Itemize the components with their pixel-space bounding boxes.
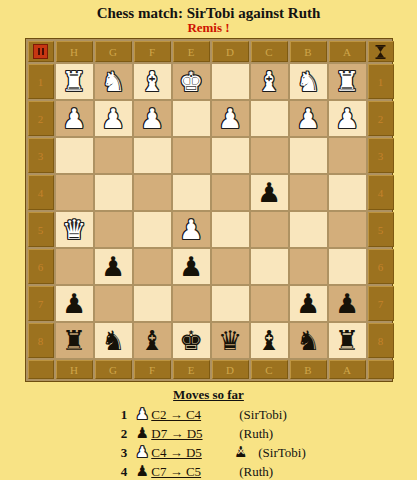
square-c7[interactable] bbox=[251, 286, 288, 321]
black-bishop: ♝ bbox=[140, 323, 164, 358]
square-d3[interactable] bbox=[212, 138, 249, 173]
square-g1[interactable]: ♞ bbox=[95, 64, 132, 99]
square-d1[interactable] bbox=[212, 64, 249, 99]
rank-label-left-8: 8 bbox=[28, 323, 54, 358]
file-label-top-g: G bbox=[95, 41, 132, 62]
rank-label-right-4: 4 bbox=[368, 175, 394, 210]
moves-section: Moves so far 1♟C2 → C4(SirTobi)2♟D7 → D5… bbox=[0, 387, 417, 480]
square-a5[interactable] bbox=[329, 212, 366, 247]
board-corner-top-right bbox=[368, 41, 394, 62]
rank-label-right-2: 2 bbox=[368, 101, 394, 136]
white-pawn: ♟ bbox=[140, 101, 164, 136]
white-pawn: ♟ bbox=[335, 101, 359, 136]
rank-label-left-4: 4 bbox=[28, 175, 54, 210]
square-c3[interactable] bbox=[251, 138, 288, 173]
file-label-bottom-b: B bbox=[290, 360, 327, 379]
white-pawn-icon: ♟ bbox=[136, 405, 149, 423]
square-c4[interactable]: ♟ bbox=[251, 175, 288, 210]
move-player: (Ruth) bbox=[233, 426, 273, 442]
black-pawn: ♟ bbox=[296, 286, 320, 321]
square-h7[interactable]: ♟ bbox=[56, 286, 93, 321]
square-h1[interactable]: ♜ bbox=[56, 64, 93, 99]
square-g2[interactable]: ♟ bbox=[95, 101, 132, 136]
square-d5[interactable] bbox=[212, 212, 249, 247]
square-e5[interactable]: ♟ bbox=[173, 212, 210, 247]
file-label-bottom-a: A bbox=[329, 360, 366, 379]
move-link[interactable]: D7 → D5 bbox=[151, 426, 229, 442]
move-number: 3 bbox=[111, 445, 133, 461]
square-h4[interactable] bbox=[56, 175, 93, 210]
square-b1[interactable]: ♞ bbox=[290, 64, 327, 99]
move-row-3: 3♟C4 → D5♟✕(SirTobi) bbox=[111, 443, 305, 462]
square-e4[interactable] bbox=[173, 175, 210, 210]
move-player: (SirTobi) bbox=[233, 407, 286, 423]
square-c6[interactable] bbox=[251, 249, 288, 284]
rank-label-left-3: 3 bbox=[28, 138, 54, 173]
square-b4[interactable] bbox=[290, 175, 327, 210]
file-label-top-d: D bbox=[212, 41, 249, 62]
rank-label-left-5: 5 bbox=[28, 212, 54, 247]
file-label-top-h: H bbox=[56, 41, 93, 62]
square-a1[interactable]: ♜ bbox=[329, 64, 366, 99]
move-link[interactable]: C4 → D5 bbox=[151, 445, 229, 461]
black-bishop: ♝ bbox=[257, 323, 281, 358]
square-e2[interactable] bbox=[173, 101, 210, 136]
square-h5[interactable]: ♛ bbox=[56, 212, 93, 247]
file-label-top-f: F bbox=[134, 41, 171, 62]
capture-cross-icon: ✕ bbox=[233, 444, 248, 459]
file-label-top-b: B bbox=[290, 41, 327, 62]
moves-heading: Moves so far bbox=[0, 387, 417, 402]
move-piece: ♟ bbox=[133, 405, 151, 424]
rank-label-right-8: 8 bbox=[368, 323, 394, 358]
square-g3[interactable] bbox=[95, 138, 132, 173]
square-f6[interactable] bbox=[134, 249, 171, 284]
square-h8[interactable]: ♜ bbox=[56, 323, 93, 358]
square-g8[interactable]: ♞ bbox=[95, 323, 132, 358]
move-piece: ♟ bbox=[133, 424, 151, 443]
square-a7[interactable]: ♟ bbox=[329, 286, 366, 321]
square-a8[interactable]: ♜ bbox=[329, 323, 366, 358]
square-c5[interactable] bbox=[251, 212, 288, 247]
black-rook: ♜ bbox=[62, 323, 86, 358]
rank-label-right-6: 6 bbox=[368, 249, 394, 284]
white-pawn: ♟ bbox=[179, 212, 203, 247]
black-pawn: ♟ bbox=[101, 249, 125, 284]
page: Chess match: SirTobi against Ruth Remis … bbox=[0, 0, 417, 480]
hourglass-icon bbox=[375, 45, 386, 59]
black-pawn: ♟ bbox=[335, 286, 359, 321]
square-a6[interactable] bbox=[329, 249, 366, 284]
square-b7[interactable]: ♟ bbox=[290, 286, 327, 321]
page-title: Chess match: SirTobi against Ruth bbox=[0, 0, 417, 21]
square-b8[interactable]: ♞ bbox=[290, 323, 327, 358]
black-queen: ♛ bbox=[218, 323, 242, 358]
white-rook: ♜ bbox=[62, 64, 86, 99]
white-king: ♚ bbox=[179, 64, 203, 99]
board-corner-bottom-right bbox=[368, 360, 394, 379]
white-rook: ♜ bbox=[335, 64, 359, 99]
white-knight: ♞ bbox=[296, 64, 320, 99]
moves-list: 1♟C2 → C4(SirTobi)2♟D7 → D5(Ruth)3♟C4 → … bbox=[111, 405, 305, 480]
white-pawn: ♟ bbox=[218, 101, 242, 136]
rank-label-left-6: 6 bbox=[28, 249, 54, 284]
rank-label-left-1: 1 bbox=[28, 64, 54, 99]
rank-label-right-5: 5 bbox=[368, 212, 394, 247]
rank-label-left-7: 7 bbox=[28, 286, 54, 321]
file-label-top-a: A bbox=[329, 41, 366, 62]
red-marker-icon bbox=[33, 44, 48, 59]
square-e7[interactable] bbox=[173, 286, 210, 321]
move-piece: ♟ bbox=[133, 462, 151, 480]
move-link[interactable]: C7 → C5 bbox=[151, 464, 229, 480]
rank-label-right-1: 1 bbox=[368, 64, 394, 99]
move-link[interactable]: C2 → C4 bbox=[151, 407, 229, 423]
file-label-bottom-c: C bbox=[251, 360, 288, 379]
black-knight: ♞ bbox=[101, 323, 125, 358]
black-king: ♚ bbox=[179, 323, 203, 358]
square-h3[interactable] bbox=[56, 138, 93, 173]
move-row-1: 1♟C2 → C4(SirTobi) bbox=[111, 405, 305, 424]
move-number: 2 bbox=[111, 426, 133, 442]
black-pawn-icon: ♟ bbox=[136, 462, 149, 480]
square-c1[interactable]: ♝ bbox=[251, 64, 288, 99]
black-pawn: ♟ bbox=[257, 175, 281, 210]
white-pawn: ♟ bbox=[101, 101, 125, 136]
file-label-bottom-g: G bbox=[95, 360, 132, 379]
square-d4[interactable] bbox=[212, 175, 249, 210]
square-d7[interactable] bbox=[212, 286, 249, 321]
board-corner-top-left bbox=[28, 41, 54, 62]
rank-label-right-3: 3 bbox=[368, 138, 394, 173]
square-f5[interactable] bbox=[134, 212, 171, 247]
square-d2[interactable]: ♟ bbox=[212, 101, 249, 136]
square-f7[interactable] bbox=[134, 286, 171, 321]
white-pawn-icon: ♟ bbox=[136, 443, 149, 461]
square-d6[interactable] bbox=[212, 249, 249, 284]
file-label-bottom-d: D bbox=[212, 360, 249, 379]
black-pawn: ♟ bbox=[62, 286, 86, 321]
move-piece: ♟ bbox=[133, 443, 151, 462]
square-b3[interactable] bbox=[290, 138, 327, 173]
file-label-bottom-e: E bbox=[173, 360, 210, 379]
square-c2[interactable] bbox=[251, 101, 288, 136]
move-player: (Ruth) bbox=[233, 464, 273, 480]
square-e6[interactable]: ♟ bbox=[173, 249, 210, 284]
move-player: (SirTobi) bbox=[252, 445, 305, 461]
file-label-top-c: C bbox=[251, 41, 288, 62]
file-label-bottom-h: H bbox=[56, 360, 93, 379]
white-pawn: ♟ bbox=[296, 101, 320, 136]
board-corner-bottom-left bbox=[28, 360, 54, 379]
square-g6[interactable]: ♟ bbox=[95, 249, 132, 284]
square-a2[interactable]: ♟ bbox=[329, 101, 366, 136]
square-d8[interactable]: ♛ bbox=[212, 323, 249, 358]
captured-piece-icon: ♟✕ bbox=[233, 443, 248, 462]
black-knight: ♞ bbox=[296, 323, 320, 358]
file-label-bottom-f: F bbox=[134, 360, 171, 379]
square-b5[interactable] bbox=[290, 212, 327, 247]
square-b2[interactable]: ♟ bbox=[290, 101, 327, 136]
square-g5[interactable] bbox=[95, 212, 132, 247]
file-label-top-e: E bbox=[173, 41, 210, 62]
move-number: 1 bbox=[111, 407, 133, 423]
square-f2[interactable]: ♟ bbox=[134, 101, 171, 136]
white-bishop: ♝ bbox=[257, 64, 281, 99]
rank-label-right-7: 7 bbox=[368, 286, 394, 321]
square-g4[interactable] bbox=[95, 175, 132, 210]
square-e8[interactable]: ♚ bbox=[173, 323, 210, 358]
square-c8[interactable]: ♝ bbox=[251, 323, 288, 358]
move-number: 4 bbox=[111, 464, 133, 480]
square-h6[interactable] bbox=[56, 249, 93, 284]
square-g7[interactable] bbox=[95, 286, 132, 321]
square-f4[interactable] bbox=[134, 175, 171, 210]
square-e1[interactable]: ♚ bbox=[173, 64, 210, 99]
white-bishop: ♝ bbox=[140, 64, 164, 99]
chess-board: HGFEDCBA1♜♞♝♚♝♞♜12♟♟♟♟♟♟2334♟45♛♟56♟♟67♟… bbox=[25, 38, 393, 382]
square-e3[interactable] bbox=[173, 138, 210, 173]
rank-label-left-2: 2 bbox=[28, 101, 54, 136]
black-rook: ♜ bbox=[335, 323, 359, 358]
status-text: Remis ! bbox=[0, 21, 417, 35]
white-knight: ♞ bbox=[101, 64, 125, 99]
square-f8[interactable]: ♝ bbox=[134, 323, 171, 358]
square-a4[interactable] bbox=[329, 175, 366, 210]
square-b6[interactable] bbox=[290, 249, 327, 284]
square-f3[interactable] bbox=[134, 138, 171, 173]
white-queen: ♛ bbox=[62, 212, 86, 247]
move-row-2: 2♟D7 → D5(Ruth) bbox=[111, 424, 305, 443]
square-h2[interactable]: ♟ bbox=[56, 101, 93, 136]
move-row-4: 4♟C7 → C5(Ruth) bbox=[111, 462, 305, 480]
black-pawn: ♟ bbox=[179, 249, 203, 284]
square-a3[interactable] bbox=[329, 138, 366, 173]
square-f1[interactable]: ♝ bbox=[134, 64, 171, 99]
black-pawn-icon: ♟ bbox=[136, 424, 149, 442]
white-pawn: ♟ bbox=[62, 101, 86, 136]
